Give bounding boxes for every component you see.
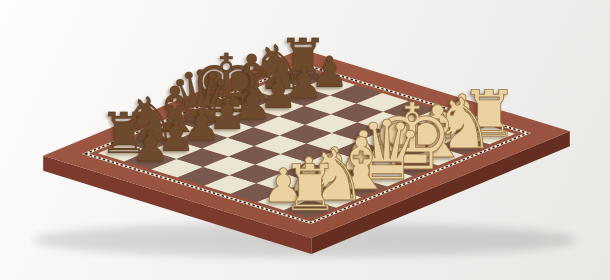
- chess-photo-scene: ♜♞♝♛♚♝♞♜♟♟♟♟♟♟♟♟♟♟♟♟♟♟♟♟♜♞♝♛♚♝♞♜: [0, 0, 610, 280]
- piece-black-pawn-a7[interactable]: ♟: [131, 125, 170, 168]
- piece-white-rook-a1[interactable]: ♜: [281, 157, 338, 221]
